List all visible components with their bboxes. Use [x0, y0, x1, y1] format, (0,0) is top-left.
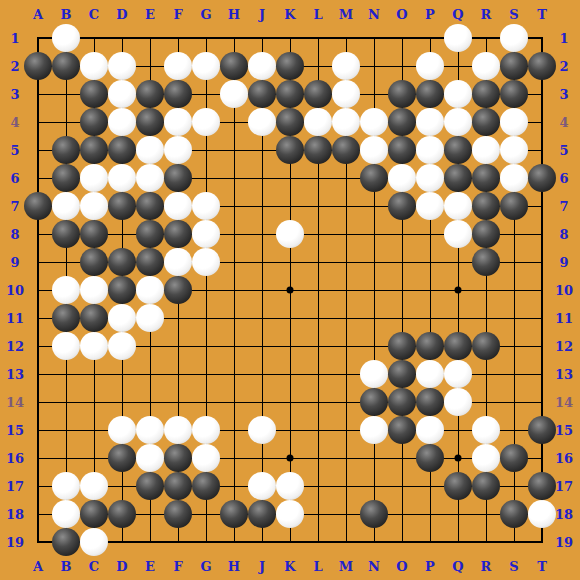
black-stone [360, 500, 388, 528]
black-stone [472, 248, 500, 276]
white-stone [80, 472, 108, 500]
white-stone [500, 164, 528, 192]
black-stone [52, 528, 80, 556]
black-stone [388, 136, 416, 164]
white-stone [276, 220, 304, 248]
black-stone [164, 444, 192, 472]
column-label-bottom: L [313, 560, 322, 573]
white-stone [164, 52, 192, 80]
black-stone [80, 220, 108, 248]
column-label-top: F [173, 8, 182, 21]
column-label-top: E [145, 8, 155, 21]
star-point [455, 455, 462, 462]
black-stone [108, 276, 136, 304]
row-label-right: 9 [559, 256, 568, 269]
white-stone [52, 24, 80, 52]
black-stone [136, 192, 164, 220]
black-stone [164, 164, 192, 192]
row-label-left: 4 [10, 116, 19, 129]
white-stone [164, 108, 192, 136]
white-stone [248, 108, 276, 136]
column-label-bottom: F [173, 560, 182, 573]
white-stone [416, 416, 444, 444]
black-stone [80, 80, 108, 108]
white-stone [416, 164, 444, 192]
column-label-bottom: M [339, 560, 353, 573]
row-label-left: 11 [6, 312, 24, 325]
black-stone [472, 108, 500, 136]
white-stone [332, 108, 360, 136]
black-stone [388, 332, 416, 360]
black-stone [444, 136, 472, 164]
white-stone [80, 192, 108, 220]
white-stone [444, 192, 472, 220]
white-stone [220, 80, 248, 108]
column-label-top: A [33, 8, 43, 21]
black-stone [416, 332, 444, 360]
row-label-right: 10 [555, 284, 573, 297]
black-stone [276, 52, 304, 80]
black-stone [136, 472, 164, 500]
black-stone [472, 80, 500, 108]
row-label-left: 2 [10, 60, 19, 73]
white-stone [192, 416, 220, 444]
column-label-bottom: Q [452, 560, 463, 573]
black-stone [416, 388, 444, 416]
row-label-left: 14 [6, 396, 24, 409]
row-label-right: 13 [555, 368, 573, 381]
white-stone [52, 472, 80, 500]
black-stone [444, 472, 472, 500]
star-point [287, 455, 294, 462]
black-stone [500, 500, 528, 528]
white-stone [472, 416, 500, 444]
white-stone [528, 500, 556, 528]
black-stone [108, 136, 136, 164]
black-stone [472, 332, 500, 360]
white-stone [108, 304, 136, 332]
column-label-top: S [509, 8, 518, 21]
column-label-top: J [259, 8, 265, 21]
black-stone [52, 304, 80, 332]
white-stone [416, 108, 444, 136]
column-label-top: D [116, 8, 127, 21]
white-stone [304, 108, 332, 136]
white-stone [136, 164, 164, 192]
white-stone [276, 500, 304, 528]
row-label-left: 18 [6, 508, 24, 521]
white-stone [192, 192, 220, 220]
column-label-bottom: N [368, 560, 380, 573]
white-stone [248, 416, 276, 444]
white-stone [360, 416, 388, 444]
black-stone [500, 52, 528, 80]
black-stone [276, 108, 304, 136]
row-label-left: 5 [10, 144, 19, 157]
column-label-top: P [425, 8, 435, 21]
black-stone [80, 500, 108, 528]
black-stone [220, 52, 248, 80]
row-label-left: 6 [10, 172, 19, 185]
row-label-left: 10 [6, 284, 24, 297]
white-stone [500, 108, 528, 136]
white-stone [276, 472, 304, 500]
star-point [287, 287, 294, 294]
white-stone [108, 80, 136, 108]
column-label-top: O [396, 8, 407, 21]
column-label-bottom: P [425, 560, 435, 573]
white-stone [164, 136, 192, 164]
white-stone [164, 248, 192, 276]
row-label-right: 5 [559, 144, 568, 157]
row-label-right: 17 [555, 480, 573, 493]
white-stone [52, 276, 80, 304]
white-stone [416, 360, 444, 388]
black-stone [136, 220, 164, 248]
column-label-bottom: R [481, 560, 492, 573]
black-stone [108, 444, 136, 472]
column-label-bottom: E [145, 560, 155, 573]
black-stone [136, 248, 164, 276]
black-stone [388, 388, 416, 416]
white-stone [332, 52, 360, 80]
white-stone [332, 80, 360, 108]
column-label-top: L [313, 8, 322, 21]
column-label-bottom: S [509, 560, 518, 573]
white-stone [80, 528, 108, 556]
black-stone [52, 164, 80, 192]
black-stone [360, 164, 388, 192]
column-label-top: H [228, 8, 240, 21]
column-label-top: Q [452, 8, 463, 21]
column-label-top: N [368, 8, 380, 21]
black-stone [80, 136, 108, 164]
row-label-left: 9 [10, 256, 19, 269]
white-stone [108, 164, 136, 192]
white-stone [80, 52, 108, 80]
black-stone [52, 136, 80, 164]
black-stone [472, 220, 500, 248]
black-stone [416, 80, 444, 108]
black-stone [276, 136, 304, 164]
column-label-top: T [537, 8, 547, 21]
black-stone [192, 472, 220, 500]
black-stone [388, 360, 416, 388]
row-label-right: 6 [559, 172, 568, 185]
white-stone [416, 192, 444, 220]
row-label-right: 7 [559, 200, 568, 213]
black-stone [360, 388, 388, 416]
white-stone [80, 164, 108, 192]
black-stone [416, 444, 444, 472]
white-stone [108, 332, 136, 360]
white-stone [472, 136, 500, 164]
white-stone [136, 444, 164, 472]
goban-board[interactable]: AABBCCDDEEFFGGHHJJKKLLMMNNOOPPQQRRSSTT11… [0, 0, 580, 580]
black-stone [304, 80, 332, 108]
white-stone [360, 136, 388, 164]
row-label-right: 8 [559, 228, 568, 241]
row-label-right: 4 [559, 116, 568, 129]
black-stone [388, 80, 416, 108]
white-stone [388, 164, 416, 192]
black-stone [500, 80, 528, 108]
black-stone [164, 276, 192, 304]
column-label-bottom: D [116, 560, 127, 573]
white-stone [80, 332, 108, 360]
black-stone [164, 220, 192, 248]
black-stone [52, 52, 80, 80]
white-stone [164, 416, 192, 444]
white-stone [444, 220, 472, 248]
column-label-bottom: K [284, 560, 295, 573]
black-stone [24, 192, 52, 220]
black-stone [164, 80, 192, 108]
black-stone [388, 192, 416, 220]
white-stone [52, 500, 80, 528]
white-stone [136, 276, 164, 304]
row-label-right: 3 [559, 88, 568, 101]
row-label-left: 12 [6, 340, 24, 353]
row-label-left: 13 [6, 368, 24, 381]
white-stone [136, 304, 164, 332]
black-stone [472, 164, 500, 192]
white-stone [248, 472, 276, 500]
column-label-top: M [339, 8, 353, 21]
black-stone [164, 500, 192, 528]
white-stone [136, 416, 164, 444]
column-label-bottom: A [33, 560, 43, 573]
black-stone [52, 220, 80, 248]
black-stone [304, 136, 332, 164]
column-label-bottom: H [228, 560, 240, 573]
white-stone [192, 108, 220, 136]
white-stone [444, 360, 472, 388]
white-stone [416, 136, 444, 164]
white-stone [360, 360, 388, 388]
white-stone [108, 108, 136, 136]
row-label-left: 16 [6, 452, 24, 465]
black-stone [444, 332, 472, 360]
black-stone [444, 164, 472, 192]
white-stone [192, 220, 220, 248]
white-stone [444, 388, 472, 416]
column-label-top: B [61, 8, 72, 21]
black-stone [136, 80, 164, 108]
white-stone [52, 192, 80, 220]
column-label-bottom: J [259, 560, 265, 573]
row-label-right: 11 [555, 312, 573, 325]
black-stone [388, 416, 416, 444]
column-label-bottom: G [200, 560, 211, 573]
black-stone [220, 500, 248, 528]
white-stone [52, 332, 80, 360]
row-label-left: 7 [10, 200, 19, 213]
black-stone [500, 192, 528, 220]
black-stone [164, 472, 192, 500]
column-label-top: C [89, 8, 99, 21]
black-stone [528, 472, 556, 500]
black-stone [80, 304, 108, 332]
column-label-bottom: C [89, 560, 99, 573]
white-stone [360, 108, 388, 136]
row-label-left: 15 [6, 424, 24, 437]
star-point [455, 287, 462, 294]
black-stone [276, 80, 304, 108]
row-label-left: 8 [10, 228, 19, 241]
white-stone [416, 52, 444, 80]
black-stone [108, 192, 136, 220]
black-stone [528, 416, 556, 444]
black-stone [500, 444, 528, 472]
column-label-top: R [481, 8, 492, 21]
column-label-bottom: T [537, 560, 547, 573]
column-label-top: K [284, 8, 295, 21]
black-stone [24, 52, 52, 80]
white-stone [192, 444, 220, 472]
white-stone [472, 444, 500, 472]
white-stone [164, 192, 192, 220]
column-label-bottom: B [61, 560, 72, 573]
white-stone [248, 52, 276, 80]
row-label-right: 16 [555, 452, 573, 465]
row-label-left: 17 [6, 480, 24, 493]
white-stone [108, 52, 136, 80]
white-stone [444, 108, 472, 136]
black-stone [332, 136, 360, 164]
black-stone [388, 108, 416, 136]
black-stone [108, 248, 136, 276]
row-label-right: 15 [555, 424, 573, 437]
white-stone [500, 24, 528, 52]
white-stone [444, 80, 472, 108]
row-label-left: 1 [10, 32, 19, 45]
row-label-right: 19 [555, 536, 573, 549]
column-label-top: G [200, 8, 211, 21]
white-stone [472, 52, 500, 80]
black-stone [136, 108, 164, 136]
black-stone [248, 500, 276, 528]
black-stone [248, 80, 276, 108]
black-stone [80, 108, 108, 136]
black-stone [528, 52, 556, 80]
black-stone [472, 472, 500, 500]
black-stone [472, 192, 500, 220]
column-label-bottom: O [396, 560, 407, 573]
row-label-left: 19 [6, 536, 24, 549]
white-stone [108, 416, 136, 444]
row-label-right: 2 [559, 60, 568, 73]
row-label-right: 12 [555, 340, 573, 353]
row-label-left: 3 [10, 88, 19, 101]
black-stone [80, 248, 108, 276]
white-stone [444, 24, 472, 52]
white-stone [136, 136, 164, 164]
white-stone [500, 136, 528, 164]
black-stone [108, 500, 136, 528]
white-stone [192, 52, 220, 80]
white-stone [80, 276, 108, 304]
black-stone [528, 164, 556, 192]
row-label-right: 18 [555, 508, 573, 521]
row-label-right: 1 [559, 32, 568, 45]
white-stone [192, 248, 220, 276]
row-label-right: 14 [555, 396, 573, 409]
